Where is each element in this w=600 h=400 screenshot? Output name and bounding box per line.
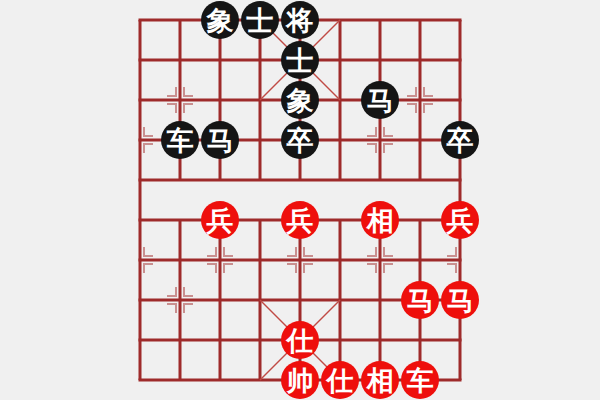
piece-black-horse[interactable]: 马 <box>361 81 399 119</box>
xiangqi-screenshot: { "game": "xiangqi", "position": "2bak4/… <box>0 0 600 400</box>
piece-red-advisor[interactable]: 仕 <box>321 361 359 399</box>
pieces-layer: 象士将士象马车马卒卒兵兵相兵马马仕帅仕相车 <box>0 0 600 400</box>
piece-red-elephant[interactable]: 相 <box>361 201 399 239</box>
piece-black-chariot[interactable]: 车 <box>161 121 199 159</box>
piece-red-horse[interactable]: 马 <box>441 281 479 319</box>
piece-black-pawn[interactable]: 卒 <box>441 121 479 159</box>
piece-red-elephant[interactable]: 相 <box>361 361 399 399</box>
piece-red-advisor[interactable]: 仕 <box>281 321 319 359</box>
piece-black-advisor[interactable]: 士 <box>281 41 319 79</box>
piece-black-advisor[interactable]: 士 <box>241 1 279 39</box>
piece-black-elephant[interactable]: 象 <box>201 1 239 39</box>
piece-red-pawn[interactable]: 兵 <box>441 201 479 239</box>
piece-red-horse[interactable]: 马 <box>401 281 439 319</box>
piece-black-pawn[interactable]: 卒 <box>281 121 319 159</box>
piece-black-horse[interactable]: 马 <box>201 121 239 159</box>
piece-black-elephant[interactable]: 象 <box>281 81 319 119</box>
piece-red-pawn[interactable]: 兵 <box>201 201 239 239</box>
piece-red-general[interactable]: 帅 <box>281 361 319 399</box>
xiangqi-board: 象士将士象马车马卒卒兵兵相兵马马仕帅仕相车 <box>0 0 600 400</box>
piece-red-pawn[interactable]: 兵 <box>281 201 319 239</box>
piece-black-general[interactable]: 将 <box>281 1 319 39</box>
piece-red-chariot[interactable]: 车 <box>401 361 439 399</box>
